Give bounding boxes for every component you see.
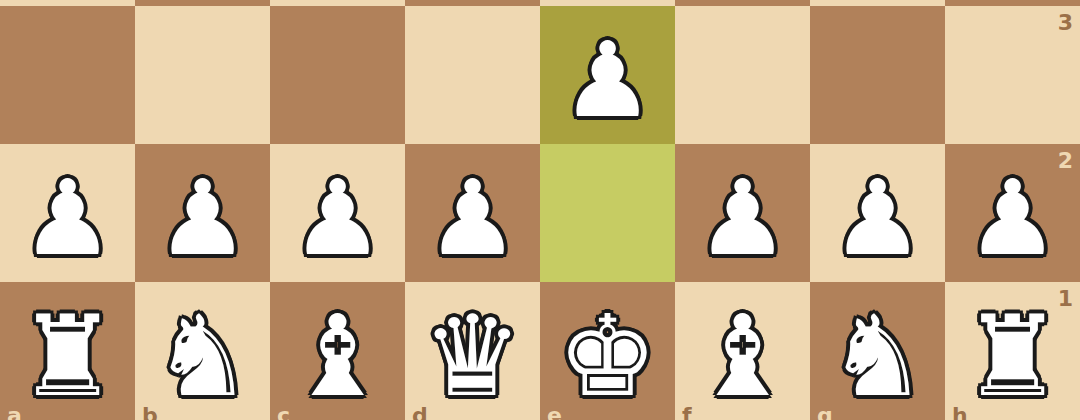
- white-queen-icon[interactable]: ♛: [405, 287, 540, 420]
- square-b3[interactable]: [135, 6, 270, 144]
- square-g2[interactable]: ♟: [810, 144, 945, 282]
- white-pawn-icon[interactable]: ♟: [270, 149, 405, 282]
- white-pawn-icon[interactable]: ♟: [0, 149, 135, 282]
- white-bishop-icon[interactable]: ♝: [675, 287, 810, 420]
- square-g3[interactable]: [810, 6, 945, 144]
- square-f2[interactable]: ♟: [675, 144, 810, 282]
- square-e1[interactable]: ♚e: [540, 282, 675, 420]
- rank-label-2: 2: [1058, 150, 1073, 172]
- file-label-g: g: [817, 405, 833, 420]
- square-h1[interactable]: ♜1h: [945, 282, 1080, 420]
- square-a2[interactable]: ♟: [0, 144, 135, 282]
- file-label-c: c: [277, 405, 290, 420]
- square-f3[interactable]: [675, 6, 810, 144]
- file-label-b: b: [142, 405, 158, 420]
- file-label-f: f: [682, 405, 692, 420]
- square-e3[interactable]: ♟: [540, 6, 675, 144]
- square-a3[interactable]: [0, 6, 135, 144]
- file-label-h: h: [952, 405, 968, 420]
- white-rook-icon[interactable]: ♜: [0, 287, 135, 420]
- file-label-a: a: [7, 405, 22, 420]
- square-c1[interactable]: ♝c: [270, 282, 405, 420]
- white-pawn-icon[interactable]: ♟: [405, 149, 540, 282]
- file-label-e: e: [547, 405, 562, 420]
- square-f1[interactable]: ♝f: [675, 282, 810, 420]
- square-c3[interactable]: [270, 6, 405, 144]
- square-b2[interactable]: ♟: [135, 144, 270, 282]
- rank-label-1: 1: [1058, 288, 1073, 310]
- square-h2[interactable]: ♟2: [945, 144, 1080, 282]
- square-b1[interactable]: ♞b: [135, 282, 270, 420]
- square-h3[interactable]: 3: [945, 6, 1080, 144]
- file-label-d: d: [412, 405, 428, 420]
- white-pawn-icon[interactable]: ♟: [810, 149, 945, 282]
- white-pawn-icon[interactable]: ♟: [540, 11, 675, 144]
- chess-board: ♟3♟♟♟♟♟♟♟2♜a♞b♝c♛d♚e♝f♞g♜1h: [0, 0, 1080, 420]
- white-pawn-icon[interactable]: ♟: [675, 149, 810, 282]
- white-pawn-icon[interactable]: ♟: [135, 149, 270, 282]
- white-knight-icon[interactable]: ♞: [135, 287, 270, 420]
- white-bishop-icon[interactable]: ♝: [270, 287, 405, 420]
- rank-label-3: 3: [1058, 12, 1073, 34]
- square-d2[interactable]: ♟: [405, 144, 540, 282]
- square-e2[interactable]: [540, 144, 675, 282]
- square-a1[interactable]: ♜a: [0, 282, 135, 420]
- square-d1[interactable]: ♛d: [405, 282, 540, 420]
- square-c2[interactable]: ♟: [270, 144, 405, 282]
- square-g1[interactable]: ♞g: [810, 282, 945, 420]
- square-d3[interactable]: [405, 6, 540, 144]
- white-knight-icon[interactable]: ♞: [810, 287, 945, 420]
- white-king-icon[interactable]: ♚: [540, 287, 675, 420]
